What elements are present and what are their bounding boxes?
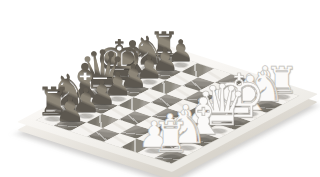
chess-set-photo: ♜♞♝♛♚♝♞♜♟♟♟♟♟♟♟♟♟♟♟♟♟♟♟♟♜♞♝♛♚♝♞♜ <box>0 0 320 177</box>
black-pawn-glyph: ♟ <box>48 92 92 126</box>
piece-white-rook-a1[interactable]: ♜ <box>149 117 193 159</box>
piece-black-pawn-a7[interactable]: ♟ <box>48 92 92 126</box>
white-rook-glyph: ♜ <box>149 117 193 159</box>
